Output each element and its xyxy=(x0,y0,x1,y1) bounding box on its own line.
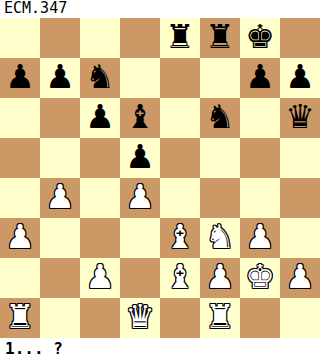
square-f4[interactable] xyxy=(200,178,240,218)
piece-white-queen[interactable]: ♛ xyxy=(125,297,155,337)
piece-black-pawn[interactable]: ♟ xyxy=(5,57,35,97)
square-g3[interactable]: ♟ xyxy=(240,218,280,258)
piece-black-pawn[interactable]: ♟ xyxy=(45,57,75,97)
piece-white-rook[interactable]: ♜ xyxy=(5,297,35,337)
square-c6[interactable]: ♟ xyxy=(80,98,120,138)
square-c4[interactable] xyxy=(80,178,120,218)
piece-black-pawn[interactable]: ♟ xyxy=(125,137,155,177)
square-d7[interactable] xyxy=(120,58,160,98)
piece-black-rook[interactable]: ♜ xyxy=(205,17,235,57)
piece-white-pawn[interactable]: ♟ xyxy=(5,217,35,257)
square-b2[interactable] xyxy=(40,258,80,298)
square-e7[interactable] xyxy=(160,58,200,98)
square-f1[interactable]: ♜ xyxy=(200,298,240,338)
square-h6[interactable]: ♛ xyxy=(280,98,320,138)
piece-white-pawn[interactable]: ♟ xyxy=(205,257,235,297)
square-b4[interactable]: ♟ xyxy=(40,178,80,218)
square-b1[interactable] xyxy=(40,298,80,338)
square-g6[interactable] xyxy=(240,98,280,138)
square-c7[interactable]: ♞ xyxy=(80,58,120,98)
square-h3[interactable] xyxy=(280,218,320,258)
square-b7[interactable]: ♟ xyxy=(40,58,80,98)
chess-board: ♜♜♚♟♟♞♟♟♟♝♞♛♟♟♟♟♝♞♟♟♝♟♚♟♜♛♜ xyxy=(0,18,320,338)
piece-white-king[interactable]: ♚ xyxy=(245,257,275,297)
square-f3[interactable]: ♞ xyxy=(200,218,240,258)
piece-white-rook[interactable]: ♜ xyxy=(205,297,235,337)
square-b5[interactable] xyxy=(40,138,80,178)
square-h8[interactable] xyxy=(280,18,320,58)
piece-white-pawn[interactable]: ♟ xyxy=(45,177,75,217)
square-b6[interactable] xyxy=(40,98,80,138)
piece-white-pawn[interactable]: ♟ xyxy=(285,257,315,297)
square-h2[interactable]: ♟ xyxy=(280,258,320,298)
square-c5[interactable] xyxy=(80,138,120,178)
square-c1[interactable] xyxy=(80,298,120,338)
square-f8[interactable]: ♜ xyxy=(200,18,240,58)
square-d2[interactable] xyxy=(120,258,160,298)
move-prompt: 1... ? xyxy=(0,338,320,360)
square-a8[interactable] xyxy=(0,18,40,58)
square-h7[interactable]: ♟ xyxy=(280,58,320,98)
piece-white-knight[interactable]: ♞ xyxy=(205,217,235,257)
square-a5[interactable] xyxy=(0,138,40,178)
piece-white-pawn[interactable]: ♟ xyxy=(125,177,155,217)
square-c3[interactable] xyxy=(80,218,120,258)
square-d4[interactable]: ♟ xyxy=(120,178,160,218)
square-a7[interactable]: ♟ xyxy=(0,58,40,98)
square-g5[interactable] xyxy=(240,138,280,178)
square-e2[interactable]: ♝ xyxy=(160,258,200,298)
square-d1[interactable]: ♛ xyxy=(120,298,160,338)
piece-white-bishop[interactable]: ♝ xyxy=(165,257,195,297)
square-h5[interactable] xyxy=(280,138,320,178)
square-d6[interactable]: ♝ xyxy=(120,98,160,138)
piece-black-queen[interactable]: ♛ xyxy=(285,97,315,137)
square-g4[interactable] xyxy=(240,178,280,218)
square-a6[interactable] xyxy=(0,98,40,138)
square-c2[interactable]: ♟ xyxy=(80,258,120,298)
square-e6[interactable] xyxy=(160,98,200,138)
square-e3[interactable]: ♝ xyxy=(160,218,200,258)
piece-black-knight[interactable]: ♞ xyxy=(85,57,115,97)
chess-app: ECM.347 ♜♜♚♟♟♞♟♟♟♝♞♛♟♟♟♟♝♞♟♟♝♟♚♟♜♛♜ 1...… xyxy=(0,0,320,360)
square-e1[interactable] xyxy=(160,298,200,338)
square-b8[interactable] xyxy=(40,18,80,58)
piece-white-pawn[interactable]: ♟ xyxy=(245,217,275,257)
square-a4[interactable] xyxy=(0,178,40,218)
square-f7[interactable] xyxy=(200,58,240,98)
piece-black-king[interactable]: ♚ xyxy=(245,17,275,57)
square-g2[interactable]: ♚ xyxy=(240,258,280,298)
piece-black-pawn[interactable]: ♟ xyxy=(285,57,315,97)
square-e5[interactable] xyxy=(160,138,200,178)
square-g1[interactable] xyxy=(240,298,280,338)
page-title: ECM.347 xyxy=(0,0,320,18)
square-f5[interactable] xyxy=(200,138,240,178)
square-f2[interactable]: ♟ xyxy=(200,258,240,298)
piece-black-pawn[interactable]: ♟ xyxy=(85,97,115,137)
square-e4[interactable] xyxy=(160,178,200,218)
square-g8[interactable]: ♚ xyxy=(240,18,280,58)
piece-black-bishop[interactable]: ♝ xyxy=(125,97,155,137)
piece-white-bishop[interactable]: ♝ xyxy=(165,217,195,257)
square-b3[interactable] xyxy=(40,218,80,258)
square-h1[interactable] xyxy=(280,298,320,338)
square-a1[interactable]: ♜ xyxy=(0,298,40,338)
square-d5[interactable]: ♟ xyxy=(120,138,160,178)
piece-white-pawn[interactable]: ♟ xyxy=(85,257,115,297)
square-a3[interactable]: ♟ xyxy=(0,218,40,258)
square-c8[interactable] xyxy=(80,18,120,58)
square-d3[interactable] xyxy=(120,218,160,258)
square-d8[interactable] xyxy=(120,18,160,58)
square-e8[interactable]: ♜ xyxy=(160,18,200,58)
piece-black-rook[interactable]: ♜ xyxy=(165,17,195,57)
square-g7[interactable]: ♟ xyxy=(240,58,280,98)
square-f6[interactable]: ♞ xyxy=(200,98,240,138)
square-h4[interactable] xyxy=(280,178,320,218)
piece-black-knight[interactable]: ♞ xyxy=(205,97,235,137)
piece-black-pawn[interactable]: ♟ xyxy=(245,57,275,97)
square-a2[interactable] xyxy=(0,258,40,298)
